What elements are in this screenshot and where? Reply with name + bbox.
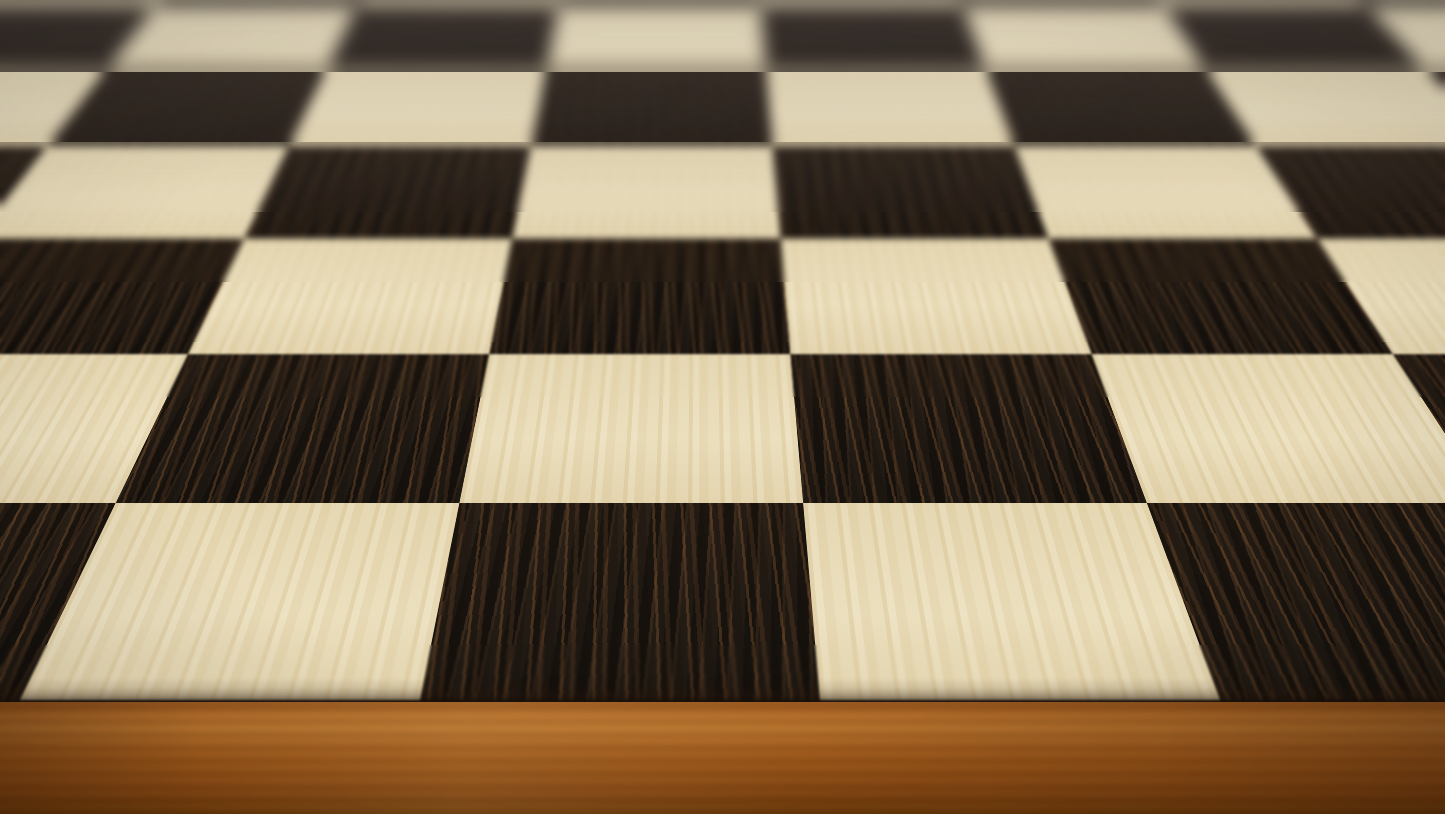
board-square[interactable]	[459, 354, 803, 502]
board-square[interactable]	[772, 146, 1048, 239]
board-square[interactable]	[766, 69, 1014, 145]
table-wood	[0, 702, 1445, 814]
board-square[interactable]	[289, 69, 546, 145]
photo-stage	[0, 0, 1445, 814]
board-square[interactable]	[512, 146, 780, 239]
board-square[interactable]	[546, 6, 766, 70]
board-square[interactable]	[420, 503, 820, 700]
board-square[interactable]	[0, 146, 289, 239]
board-square[interactable]	[244, 146, 531, 239]
board-square[interactable]	[188, 239, 512, 355]
board-square[interactable]	[489, 239, 790, 355]
board-square[interactable]	[531, 69, 773, 145]
perspective-container	[0, 0, 1445, 814]
board-square[interactable]	[962, 6, 1205, 70]
board-square[interactable]	[326, 6, 559, 70]
board-square[interactable]	[790, 354, 1146, 502]
board-square[interactable]	[780, 239, 1091, 355]
chessboard	[0, 0, 1445, 700]
board-square[interactable]	[1092, 354, 1445, 502]
board-square[interactable]	[761, 6, 986, 70]
